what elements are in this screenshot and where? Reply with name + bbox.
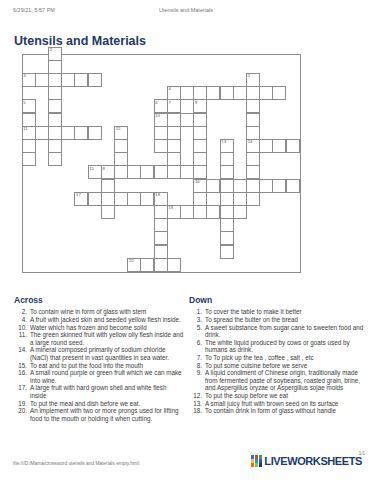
clue-item: 2.To contain wine in form of glass with … bbox=[14, 308, 184, 315]
logo-color-square bbox=[255, 463, 258, 466]
clue-text: A mineral composed primarily of sodium c… bbox=[30, 346, 184, 361]
cell-number: 12 bbox=[116, 127, 121, 132]
footer-file-path: file:///D:/Mama/crossword utensils and M… bbox=[13, 461, 139, 466]
crossword-cell[interactable]: 19 bbox=[167, 205, 181, 219]
crossword-cell[interactable]: 12 bbox=[114, 126, 128, 140]
crossword-cell[interactable]: 9 bbox=[193, 99, 207, 113]
clue-number: 4. bbox=[14, 316, 27, 323]
crossword-cell[interactable]: 16 bbox=[193, 179, 207, 193]
crossword-cell[interactable] bbox=[220, 231, 234, 245]
crossword-cell[interactable] bbox=[246, 113, 260, 127]
clue-item: 5.A sweet substance from sugar cane to s… bbox=[189, 324, 365, 339]
crossword-cell[interactable]: 11 bbox=[22, 126, 36, 140]
crossword-cell[interactable] bbox=[154, 231, 168, 245]
across-header: Across bbox=[14, 295, 43, 305]
crossword-cell[interactable] bbox=[101, 205, 115, 219]
liveworksheets-logo: LIVEWORKSHEETS bbox=[251, 455, 362, 467]
crossword-cell[interactable] bbox=[88, 192, 102, 206]
crossword-cell[interactable] bbox=[246, 126, 260, 140]
across-clue-list: 2.To contain wine in form of glass with … bbox=[14, 308, 184, 422]
clue-number: 13. bbox=[189, 400, 202, 407]
crossword-cell[interactable] bbox=[272, 139, 286, 153]
down-clue-list: 1.To cover the table to make it better3.… bbox=[189, 308, 365, 415]
clue-text: A small juicy fruit with brown seed on i… bbox=[205, 400, 365, 407]
cell-number: 3 bbox=[23, 74, 25, 79]
crossword-cell[interactable] bbox=[140, 165, 154, 179]
crossword-cell[interactable] bbox=[48, 139, 62, 153]
crossword-cell[interactable] bbox=[22, 139, 36, 153]
crossword-cell[interactable] bbox=[22, 113, 36, 127]
clue-text: The green skinned fruit with yellow oily… bbox=[30, 331, 184, 346]
crossword-cell[interactable] bbox=[193, 205, 207, 219]
crossword-cell[interactable] bbox=[193, 113, 207, 127]
clue-number: 16. bbox=[14, 369, 27, 384]
crossword-cell[interactable]: 17 bbox=[74, 192, 88, 206]
crossword-cell[interactable] bbox=[48, 99, 62, 113]
clue-number: 11. bbox=[14, 331, 27, 346]
crossword-cell[interactable] bbox=[154, 165, 168, 179]
crossword-cell[interactable]: 15 bbox=[88, 165, 102, 179]
clue-text: To put the meal and dish before we eat. bbox=[30, 400, 184, 407]
crossword-cell[interactable] bbox=[246, 179, 260, 193]
clue-number: 18. bbox=[189, 407, 202, 414]
clue-text: A fruit with jacked skin and seeded yell… bbox=[30, 316, 184, 323]
crossword-cell[interactable] bbox=[259, 86, 273, 100]
clue-item: 20.An implement with two or more prongs … bbox=[14, 407, 184, 422]
crossword-cell[interactable] bbox=[220, 218, 234, 232]
crossword-cell[interactable] bbox=[180, 205, 194, 219]
crossword-cell[interactable] bbox=[220, 86, 234, 100]
cell-number: 11 bbox=[23, 127, 27, 132]
crossword-cell[interactable]: 13 bbox=[220, 139, 234, 153]
crossword-cell[interactable] bbox=[233, 205, 247, 219]
crossword-cell[interactable] bbox=[246, 192, 260, 206]
crossword-cell[interactable] bbox=[140, 192, 154, 206]
clue-text: To cover the table to make it better bbox=[205, 308, 365, 315]
clue-text: A large fruit with hard grown shell and … bbox=[30, 384, 184, 399]
clue-item: 15.To eat and to put the food into the m… bbox=[14, 362, 184, 369]
clue-item: 19.To put the meal and dish before we ea… bbox=[14, 400, 184, 407]
cell-number: 13 bbox=[221, 140, 226, 145]
crossword-cell[interactable] bbox=[167, 165, 181, 179]
crossword-cell[interactable] bbox=[101, 192, 115, 206]
crossword-cell[interactable] bbox=[206, 205, 220, 219]
crossword-cell[interactable] bbox=[206, 86, 220, 100]
clue-item: 11.The green skinned fruit with yellow o… bbox=[14, 331, 184, 346]
crossword-grid: 1142345116107891612131517181920 bbox=[0, 0, 372, 300]
crossword-cell[interactable] bbox=[101, 179, 115, 193]
crossword-cell[interactable] bbox=[114, 139, 128, 153]
crossword-cell[interactable] bbox=[88, 73, 102, 87]
cell-number: 16 bbox=[195, 180, 200, 185]
cell-number: 17 bbox=[76, 193, 81, 198]
crossword-cell[interactable] bbox=[233, 86, 247, 100]
crossword-cell[interactable]: 2 bbox=[48, 47, 62, 61]
crossword-cell[interactable] bbox=[48, 152, 62, 166]
crossword-cell[interactable] bbox=[22, 152, 36, 166]
crossword-cell[interactable] bbox=[167, 258, 181, 272]
crossword-cell[interactable]: 8 bbox=[101, 165, 115, 179]
clue-item: 18.To contain drink in form of glass wit… bbox=[189, 407, 365, 414]
cell-number: 9 bbox=[195, 101, 197, 106]
crossword-cell[interactable] bbox=[88, 126, 102, 140]
crossword-cell[interactable]: 4 bbox=[167, 86, 181, 100]
clue-number: 20. bbox=[14, 407, 27, 422]
cell-number: 2 bbox=[50, 48, 52, 53]
crossword-cell[interactable] bbox=[114, 165, 128, 179]
logo-color-square bbox=[251, 463, 254, 466]
clue-item: 14.A mineral composed primarily of sodiu… bbox=[14, 346, 184, 361]
liveworksheets-logo-icon bbox=[251, 455, 262, 466]
logo-color-square bbox=[251, 459, 254, 462]
crossword-cell[interactable] bbox=[167, 126, 181, 140]
crossword-cell[interactable] bbox=[154, 126, 168, 140]
crossword-cell[interactable] bbox=[193, 165, 207, 179]
clue-text: A small round purple or green fruit whic… bbox=[30, 369, 184, 384]
clue-number: 2. bbox=[14, 308, 27, 315]
logo-color-square bbox=[259, 463, 262, 466]
crossword-cell[interactable] bbox=[246, 86, 260, 100]
clue-number: 15. bbox=[14, 362, 27, 369]
cell-number: 4 bbox=[168, 87, 170, 92]
cell-number: 10 bbox=[155, 114, 160, 119]
cell-number: 18 bbox=[155, 193, 160, 198]
crossword-cell[interactable] bbox=[74, 126, 88, 140]
crossword-cell[interactable] bbox=[193, 152, 207, 166]
crossword-cell[interactable] bbox=[114, 192, 128, 206]
liveworksheets-logo-text: LIVEWORKSHEETS bbox=[264, 455, 362, 467]
crossword-cell[interactable] bbox=[180, 86, 194, 100]
crossword-cell[interactable] bbox=[48, 73, 62, 87]
cell-number: 6 bbox=[155, 101, 157, 106]
crossword-cell[interactable] bbox=[220, 192, 234, 206]
cell-number: 20 bbox=[129, 259, 134, 264]
clue-item: 7.To To pick up the tea , coffee , salt … bbox=[189, 354, 365, 361]
cell-number: 15 bbox=[89, 167, 94, 172]
worksheet-page: { "game": "crossword (empty fill-in work… bbox=[0, 0, 372, 480]
crossword-cell[interactable] bbox=[246, 99, 260, 113]
clue-number: 6. bbox=[189, 339, 202, 354]
down-header: Down bbox=[189, 295, 212, 305]
crossword-cell[interactable] bbox=[167, 113, 181, 127]
clue-text: An implement with two or more prongs use… bbox=[30, 407, 184, 422]
clue-number: 9. bbox=[189, 369, 202, 391]
clue-text: A liquid condiment of Chinese origin, tr… bbox=[205, 369, 365, 391]
crossword-cell[interactable] bbox=[35, 73, 49, 87]
crossword-cell[interactable] bbox=[193, 192, 207, 206]
cell-number: 5 bbox=[23, 101, 25, 106]
clue-text: To contain drink in form of glass withou… bbox=[205, 407, 365, 414]
clue-item: 17.A large fruit with hard grown shell a… bbox=[14, 384, 184, 399]
clue-number: 10. bbox=[14, 324, 27, 331]
crossword-cell[interactable] bbox=[180, 165, 194, 179]
clue-item: 10.Water which has frozen and become sol… bbox=[14, 324, 184, 331]
crossword-cell[interactable] bbox=[259, 139, 273, 153]
clue-number: 17. bbox=[14, 384, 27, 399]
crossword-cell[interactable]: 6 bbox=[154, 99, 168, 113]
clue-number: 1. bbox=[189, 308, 202, 315]
crossword-cell[interactable] bbox=[48, 86, 62, 100]
clue-text: To To pick up the tea , coffee , salt , … bbox=[205, 354, 365, 361]
cell-number: 8 bbox=[102, 167, 104, 172]
clue-text: To eat and to put the food into the mout… bbox=[30, 362, 184, 369]
clue-text: A sweet substance from sugar cane to swe… bbox=[205, 324, 365, 339]
crossword-cell[interactable] bbox=[286, 179, 300, 193]
crossword-cell[interactable] bbox=[48, 126, 62, 140]
crossword-cell[interactable] bbox=[167, 152, 181, 166]
clue-item: 6.The white liquid produced by cows or g… bbox=[189, 339, 365, 354]
crossword-cell[interactable] bbox=[286, 139, 300, 153]
crossword-cell[interactable] bbox=[154, 218, 168, 232]
crossword-cell[interactable] bbox=[61, 73, 75, 87]
clue-text: Water which has frozen and become solid bbox=[30, 324, 184, 331]
crossword-cell[interactable]: 20 bbox=[127, 258, 141, 272]
crossword-cell[interactable] bbox=[193, 139, 207, 153]
clue-text: To put the soup before we eat bbox=[205, 392, 365, 399]
crossword-cell[interactable]: 18 bbox=[154, 192, 168, 206]
crossword-cell[interactable] bbox=[193, 126, 207, 140]
clue-item: 4.A fruit with jacked skin and seeded ye… bbox=[14, 316, 184, 323]
clue-item: 3.To spread the butter on the bread bbox=[189, 316, 365, 323]
logo-color-square bbox=[255, 455, 258, 458]
logo-color-square bbox=[259, 455, 262, 458]
clue-number: 3. bbox=[189, 316, 202, 323]
clue-item: 16.A small round purple or green fruit w… bbox=[14, 369, 184, 384]
logo-color-square bbox=[255, 459, 258, 462]
crossword-cell[interactable] bbox=[272, 86, 286, 100]
cell-number: 1 bbox=[248, 74, 250, 79]
crossword-cell[interactable] bbox=[220, 205, 234, 219]
crossword-cell[interactable]: 10 bbox=[154, 113, 168, 127]
crossword-cell[interactable] bbox=[154, 139, 168, 153]
clue-item: 1.To cover the table to make it better bbox=[189, 308, 365, 315]
clue-number: 7. bbox=[189, 354, 202, 361]
crossword-cell[interactable]: 1 bbox=[246, 73, 260, 87]
crossword-cell[interactable] bbox=[74, 73, 88, 87]
crossword-cell[interactable] bbox=[48, 113, 62, 127]
crossword-cell[interactable] bbox=[114, 152, 128, 166]
clue-item: 13.A small juicy fruit with brown seed o… bbox=[189, 400, 365, 407]
clue-number: 19. bbox=[14, 400, 27, 407]
crossword-cell[interactable] bbox=[127, 192, 141, 206]
crossword-cell[interactable] bbox=[272, 179, 286, 193]
crossword-cell[interactable] bbox=[220, 179, 234, 193]
clue-text: To spread the butter on the bread bbox=[205, 316, 365, 323]
crossword-cell[interactable] bbox=[140, 258, 154, 272]
clue-text: To contain wine in form of glass with st… bbox=[30, 308, 184, 315]
crossword-cell[interactable]: 5 bbox=[22, 99, 36, 113]
crossword-cell[interactable] bbox=[206, 179, 220, 193]
cell-number: 7 bbox=[168, 101, 170, 106]
crossword-cell[interactable] bbox=[180, 113, 194, 127]
clue-number: 12. bbox=[189, 392, 202, 399]
crossword-cell[interactable] bbox=[259, 179, 273, 193]
crossword-cell[interactable] bbox=[220, 165, 234, 179]
crossword-cell[interactable] bbox=[127, 165, 141, 179]
cell-number: 14 bbox=[248, 140, 253, 145]
clue-item: 9.A liquid condiment of Chinese origin, … bbox=[189, 369, 365, 391]
cell-number: 19 bbox=[168, 206, 173, 211]
crossword-cell[interactable] bbox=[246, 152, 260, 166]
crossword-cell[interactable] bbox=[193, 86, 207, 100]
crossword-cell[interactable] bbox=[167, 139, 181, 153]
logo-color-square bbox=[251, 455, 254, 458]
crossword-cell[interactable] bbox=[35, 126, 49, 140]
crossword-cell[interactable] bbox=[61, 126, 75, 140]
crossword-cell[interactable]: 14 bbox=[246, 139, 260, 153]
crossword-cell[interactable] bbox=[48, 60, 62, 74]
crossword-cell[interactable]: 3 bbox=[22, 73, 36, 87]
crossword-cell[interactable] bbox=[246, 165, 260, 179]
clue-item: 8.To put some cuisine before we serve bbox=[189, 362, 365, 369]
crossword-cell[interactable] bbox=[154, 245, 168, 259]
crossword-cell[interactable] bbox=[220, 245, 234, 259]
crossword-cell[interactable] bbox=[154, 258, 168, 272]
clue-number: 14. bbox=[14, 346, 27, 361]
clue-number: 5. bbox=[189, 324, 202, 339]
logo-color-square bbox=[259, 459, 262, 462]
clue-item: 12.To put the soup before we eat bbox=[189, 392, 365, 399]
crossword-cell[interactable] bbox=[220, 152, 234, 166]
crossword-cell[interactable] bbox=[154, 205, 168, 219]
crossword-cell[interactable] bbox=[233, 179, 247, 193]
clue-number: 8. bbox=[189, 362, 202, 369]
clue-text: The white liquid produced by cows or goa… bbox=[205, 339, 365, 354]
crossword-cell[interactable]: 7 bbox=[167, 99, 181, 113]
clue-text: To put some cuisine before we serve bbox=[205, 362, 365, 369]
